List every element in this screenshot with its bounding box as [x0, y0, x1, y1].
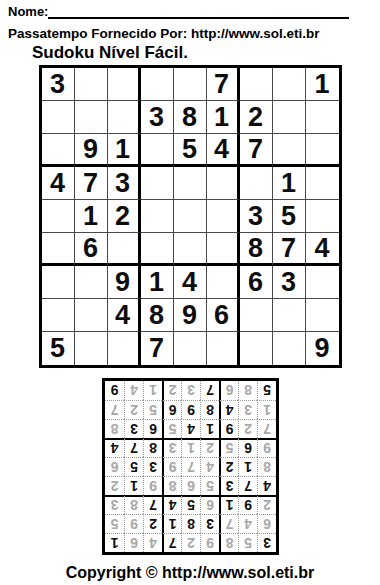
- puzzle-cell[interactable]: [306, 101, 339, 134]
- solution-cell: 1: [257, 400, 276, 419]
- solution-cell: 3: [143, 457, 162, 476]
- solution-cell: 6: [162, 400, 181, 419]
- puzzle-cell[interactable]: [75, 101, 108, 134]
- solution-cell: 1: [219, 495, 238, 514]
- puzzle-cell[interactable]: [273, 68, 306, 101]
- solution-cell: 8: [219, 533, 238, 552]
- puzzle-cell[interactable]: [240, 68, 273, 101]
- puzzle-cell[interactable]: 6: [240, 266, 273, 299]
- solution-cell: 3: [257, 533, 276, 552]
- puzzle-cell[interactable]: 5: [42, 332, 75, 365]
- puzzle-cell[interactable]: 3: [42, 68, 75, 101]
- solution-cell: 7: [238, 476, 257, 495]
- puzzle-cell[interactable]: [273, 101, 306, 134]
- solution-cell: 4: [200, 457, 219, 476]
- puzzle-cell[interactable]: [273, 134, 306, 167]
- solution-cell: 9: [181, 400, 200, 419]
- puzzle-cell[interactable]: [141, 68, 174, 101]
- puzzle-cell[interactable]: [75, 68, 108, 101]
- solution-cell: 2: [105, 476, 124, 495]
- solution-cell: 9: [238, 495, 257, 514]
- puzzle-cell[interactable]: [174, 200, 207, 233]
- puzzle-cell[interactable]: 1: [108, 134, 141, 167]
- solution-cell: 4: [162, 495, 181, 514]
- solution-cell: 5: [124, 457, 143, 476]
- puzzle-cell[interactable]: [141, 233, 174, 266]
- solution-cell: 8: [257, 457, 276, 476]
- solution-cell: 1: [105, 533, 124, 552]
- solution-cell: 1: [181, 438, 200, 457]
- solution-cell: 3: [162, 438, 181, 457]
- solution-cell: 2: [200, 438, 219, 457]
- solution-cell: 4: [124, 381, 143, 400]
- solution-cell: 9: [105, 381, 124, 400]
- puzzle-cell[interactable]: 8: [174, 101, 207, 134]
- solution-cell: 6: [124, 533, 143, 552]
- puzzle-cell[interactable]: [306, 266, 339, 299]
- puzzle-cell[interactable]: [207, 266, 240, 299]
- puzzle-cell[interactable]: [273, 299, 306, 332]
- puzzle-cell[interactable]: [306, 134, 339, 167]
- solution-cell: 9: [200, 533, 219, 552]
- puzzle-cell[interactable]: [174, 167, 207, 200]
- solution-cell: 6: [257, 514, 276, 533]
- solution-cell: 8: [181, 514, 200, 533]
- puzzle-cell[interactable]: 8: [141, 299, 174, 332]
- puzzle-cell[interactable]: 6: [207, 299, 240, 332]
- puzzle-cell[interactable]: [42, 233, 75, 266]
- puzzle-cell[interactable]: 7: [273, 233, 306, 266]
- solution-cell: 5: [238, 533, 257, 552]
- puzzle-cell[interactable]: [108, 332, 141, 365]
- puzzle-cell[interactable]: [141, 200, 174, 233]
- puzzle-cell[interactable]: 9: [108, 266, 141, 299]
- puzzle-cell[interactable]: 5: [174, 134, 207, 167]
- puzzle-cell[interactable]: [75, 332, 108, 365]
- puzzle-cell[interactable]: 4: [108, 299, 141, 332]
- puzzle-cell[interactable]: 7: [207, 68, 240, 101]
- solution-cell: 2: [257, 495, 276, 514]
- name-label: Nome:: [8, 4, 48, 19]
- puzzle-cell[interactable]: [141, 167, 174, 200]
- puzzle-cell[interactable]: [306, 299, 339, 332]
- solution-cell: 6: [238, 438, 257, 457]
- puzzle-cell[interactable]: [42, 101, 75, 134]
- puzzle-cell[interactable]: 1: [75, 200, 108, 233]
- solution-cell: 5: [162, 419, 181, 438]
- solution-cell: 1: [238, 457, 257, 476]
- puzzle-cell[interactable]: 1: [306, 68, 339, 101]
- name-line: Nome:: [8, 4, 372, 19]
- solution-cell: 6: [105, 457, 124, 476]
- puzzle-cell[interactable]: [207, 332, 240, 365]
- solution-cell: 5: [181, 495, 200, 514]
- solution-cell: 4: [105, 438, 124, 457]
- puzzle-cell[interactable]: 2: [240, 101, 273, 134]
- puzzle-cell[interactable]: 4: [42, 167, 75, 200]
- puzzle-cell[interactable]: 7: [75, 167, 108, 200]
- puzzle-grid: 371381291547473112356874914634896579: [39, 65, 342, 368]
- solution-cell: 7: [162, 533, 181, 552]
- solution-cell: 9: [219, 419, 238, 438]
- puzzle-cell[interactable]: [306, 167, 339, 200]
- solution-cell: 2: [162, 381, 181, 400]
- puzzle-cell[interactable]: 3: [273, 266, 306, 299]
- solution-cell: 6: [200, 495, 219, 514]
- solution-cell: 5: [257, 381, 276, 400]
- solution-cell: 3: [200, 514, 219, 533]
- solution-cell: 7: [124, 438, 143, 457]
- provider-text: Passatempo Fornecido Por: http://www.sol…: [8, 26, 372, 41]
- name-input-line[interactable]: [48, 4, 349, 19]
- solution-cell: 3: [105, 495, 124, 514]
- solution-cell: 4: [143, 533, 162, 552]
- solution-cell: 7: [181, 457, 200, 476]
- solution-cell: 5: [105, 514, 124, 533]
- puzzle-cell[interactable]: [75, 266, 108, 299]
- puzzle-cell[interactable]: 7: [141, 332, 174, 365]
- solution-cell: 8: [143, 438, 162, 457]
- puzzle-cell[interactable]: [207, 200, 240, 233]
- solution-cell: 9: [143, 476, 162, 495]
- puzzle-cell[interactable]: [240, 332, 273, 365]
- solution-cell: 5: [143, 400, 162, 419]
- puzzle-cell[interactable]: 1: [273, 167, 306, 200]
- puzzle-cell[interactable]: [42, 299, 75, 332]
- solution-cell: 3: [238, 400, 257, 419]
- solution-cell: 3: [181, 381, 200, 400]
- puzzle-cell[interactable]: [42, 200, 75, 233]
- solution-cell: 7: [143, 495, 162, 514]
- puzzle-cell[interactable]: [306, 200, 339, 233]
- solution-cell: 7: [257, 419, 276, 438]
- puzzle-cell[interactable]: 1: [207, 101, 240, 134]
- solution-cell: 2: [143, 514, 162, 533]
- solution-cell: 7: [105, 400, 124, 419]
- solution-cell: 8: [124, 495, 143, 514]
- puzzle-cell[interactable]: 9: [306, 332, 339, 365]
- puzzle-cell[interactable]: [207, 233, 240, 266]
- header: Nome: Passatempo Fornecido Por: http://w…: [0, 0, 380, 63]
- puzzle-cell[interactable]: [174, 68, 207, 101]
- puzzle-cell[interactable]: [108, 101, 141, 134]
- solution-cell: 2: [238, 419, 257, 438]
- puzzle-cell[interactable]: 3: [240, 200, 273, 233]
- puzzle-cell[interactable]: 6: [75, 233, 108, 266]
- puzzle-cell[interactable]: 3: [108, 167, 141, 200]
- puzzle-cell[interactable]: 3: [141, 101, 174, 134]
- puzzle-cell[interactable]: [42, 266, 75, 299]
- solution-cell: 8: [162, 476, 181, 495]
- solution-cell: 2: [181, 533, 200, 552]
- puzzle-cell[interactable]: [75, 299, 108, 332]
- puzzle-cell[interactable]: 4: [306, 233, 339, 266]
- solution-cell: 9: [124, 514, 143, 533]
- solution-cell: 1: [200, 419, 219, 438]
- solution-cell: 7: [219, 514, 238, 533]
- puzzle-cell[interactable]: [42, 134, 75, 167]
- puzzle-cell[interactable]: [141, 134, 174, 167]
- solution-cell: 6: [143, 419, 162, 438]
- puzzle-cell[interactable]: 7: [240, 134, 273, 167]
- solution-cell: 1: [143, 381, 162, 400]
- puzzle-cell[interactable]: 4: [207, 134, 240, 167]
- solution-grid: 3589274616473812952916547834735689128124…: [102, 378, 279, 555]
- puzzle-cell[interactable]: 1: [141, 266, 174, 299]
- puzzle-cell[interactable]: [108, 68, 141, 101]
- puzzle-cell[interactable]: [240, 167, 273, 200]
- solution-cell: 7: [200, 381, 219, 400]
- solution-cell: 1: [162, 514, 181, 533]
- puzzle-cell[interactable]: 5: [273, 200, 306, 233]
- solution-cell: 9: [162, 457, 181, 476]
- solution-cell: 2: [124, 400, 143, 419]
- solution-cell: 4: [238, 514, 257, 533]
- solution-cell: 8: [105, 419, 124, 438]
- page: Nome: Passatempo Fornecido Por: http://w…: [0, 0, 380, 585]
- solution-cell: 4: [257, 476, 276, 495]
- puzzle-cell[interactable]: [273, 332, 306, 365]
- solution-cell: 1: [124, 476, 143, 495]
- puzzle-cell[interactable]: 9: [75, 134, 108, 167]
- solution-cell: 8: [238, 381, 257, 400]
- solution-cell: 5: [200, 476, 219, 495]
- puzzle-cell[interactable]: [174, 233, 207, 266]
- puzzle-cell[interactable]: 4: [174, 266, 207, 299]
- page-title: Sudoku Nível Fácil.: [32, 43, 372, 63]
- solution-cell: 4: [219, 400, 238, 419]
- puzzle-cell[interactable]: [174, 332, 207, 365]
- puzzle-cell[interactable]: 8: [240, 233, 273, 266]
- solution-cell: 9: [257, 438, 276, 457]
- puzzle-cell[interactable]: [207, 167, 240, 200]
- puzzle-cell[interactable]: [240, 299, 273, 332]
- puzzle-cell[interactable]: 9: [174, 299, 207, 332]
- solution-cell: 6: [219, 381, 238, 400]
- puzzle-cell[interactable]: [108, 233, 141, 266]
- solution-cell: 2: [219, 457, 238, 476]
- solution-cell: 8: [200, 400, 219, 419]
- solution-cell: 4: [181, 419, 200, 438]
- solution-cell: 6: [181, 476, 200, 495]
- puzzle-cell[interactable]: 2: [108, 200, 141, 233]
- copyright-text: Copyright © http://www.sol.eti.br: [0, 564, 380, 582]
- solution-cell: 3: [124, 419, 143, 438]
- solution-cell: 3: [219, 476, 238, 495]
- solution-cell: 5: [219, 438, 238, 457]
